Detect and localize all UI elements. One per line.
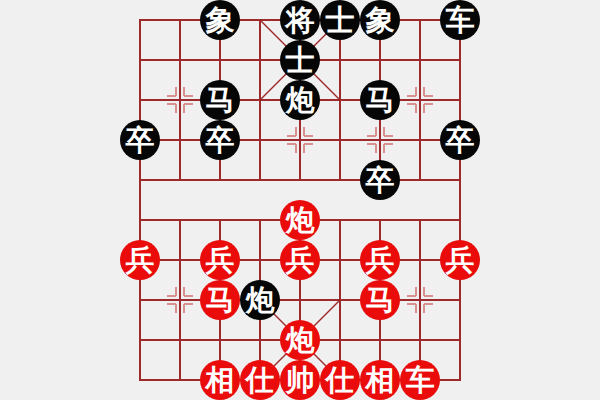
piece-red-soldier[interactable]: 兵 [280, 240, 320, 280]
piece-black-horse[interactable]: 马 [360, 80, 400, 120]
piece-red-soldier[interactable]: 兵 [200, 240, 240, 280]
piece-red-soldier[interactable]: 兵 [120, 240, 160, 280]
piece-red-advisor[interactable]: 仕 [240, 360, 280, 400]
piece-red-horse[interactable]: 马 [360, 280, 400, 320]
piece-red-general[interactable]: 帅 [280, 360, 320, 400]
piece-red-advisor[interactable]: 仕 [320, 360, 360, 400]
piece-red-elephant[interactable]: 相 [200, 360, 240, 400]
piece-black-cannon[interactable]: 炮 [280, 80, 320, 120]
piece-red-cannon[interactable]: 炮 [280, 320, 320, 360]
piece-black-cannon[interactable]: 炮 [240, 280, 280, 320]
piece-red-chariot[interactable]: 车 [400, 360, 440, 400]
xiangqi-board[interactable]: 象将士象车士马炮马卒卒卒卒炮兵兵兵兵兵马炮马炮相仕帅仕相车 [0, 0, 600, 400]
piece-black-elephant[interactable]: 象 [360, 0, 400, 40]
piece-red-elephant[interactable]: 相 [360, 360, 400, 400]
piece-red-soldier[interactable]: 兵 [440, 240, 480, 280]
piece-red-horse[interactable]: 马 [200, 280, 240, 320]
piece-black-soldier[interactable]: 卒 [200, 120, 240, 160]
piece-black-advisor[interactable]: 士 [320, 0, 360, 40]
piece-black-horse[interactable]: 马 [200, 80, 240, 120]
piece-black-advisor[interactable]: 士 [280, 40, 320, 80]
piece-black-soldier[interactable]: 卒 [440, 120, 480, 160]
piece-black-general[interactable]: 将 [280, 0, 320, 40]
piece-red-soldier[interactable]: 兵 [360, 240, 400, 280]
piece-black-chariot[interactable]: 车 [440, 0, 480, 40]
piece-black-soldier[interactable]: 卒 [120, 120, 160, 160]
piece-red-cannon[interactable]: 炮 [280, 200, 320, 240]
piece-black-elephant[interactable]: 象 [200, 0, 240, 40]
piece-black-soldier[interactable]: 卒 [360, 160, 400, 200]
